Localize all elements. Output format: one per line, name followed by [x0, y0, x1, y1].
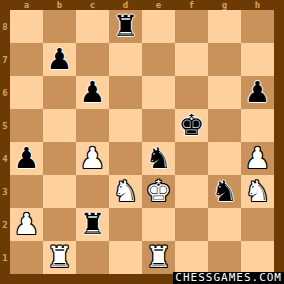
square-c2: ♜: [76, 208, 109, 241]
file-label-b: b: [43, 0, 76, 10]
square-a3: [10, 175, 43, 208]
square-d5: [109, 109, 142, 142]
square-f6: [175, 76, 208, 109]
square-b3: [43, 175, 76, 208]
square-b8: [43, 10, 76, 43]
piece-black-rook: ♜: [80, 208, 106, 241]
piece-white-knight: ♞: [245, 175, 271, 208]
file-label-e: e: [142, 0, 175, 10]
chess-board: ♜♟♟♟♚♟♟♞♟♞♚♞♞♟♜♜♜: [10, 10, 274, 274]
piece-white-pawn: ♟: [14, 208, 40, 241]
square-e5: [142, 109, 175, 142]
square-f7: [175, 43, 208, 76]
rank-label-1: 1: [0, 241, 10, 274]
square-e8: [142, 10, 175, 43]
file-label-c: c: [76, 0, 109, 10]
square-f8: [175, 10, 208, 43]
rank-label-2: 2: [0, 208, 10, 241]
square-b6: [43, 76, 76, 109]
square-h2: [241, 208, 274, 241]
square-g6: [208, 76, 241, 109]
square-e2: [142, 208, 175, 241]
square-b7: ♟: [43, 43, 76, 76]
piece-black-pawn: ♟: [47, 43, 73, 76]
chessgames-board-widget: abcdefgh 87654321 ♜♟♟♟♚♟♟♞♟♞♚♞♞♟♜♜♜ CHES…: [0, 0, 284, 284]
square-h5: [241, 109, 274, 142]
file-label-f: f: [175, 0, 208, 10]
piece-black-pawn: ♟: [245, 76, 271, 109]
square-h6: ♟: [241, 76, 274, 109]
square-e1: ♜: [142, 241, 175, 274]
piece-white-knight: ♞: [113, 175, 139, 208]
square-e6: [142, 76, 175, 109]
square-b4: [43, 142, 76, 175]
square-g8: [208, 10, 241, 43]
square-a8: [10, 10, 43, 43]
square-a1: [10, 241, 43, 274]
square-c5: [76, 109, 109, 142]
square-g3: ♞: [208, 175, 241, 208]
rank-label-8: 8: [0, 10, 10, 43]
rank-label-3: 3: [0, 175, 10, 208]
square-d7: [109, 43, 142, 76]
square-a6: [10, 76, 43, 109]
square-h1: [241, 241, 274, 274]
square-c1: [76, 241, 109, 274]
square-c6: ♟: [76, 76, 109, 109]
piece-black-pawn: ♟: [80, 76, 106, 109]
square-e7: [142, 43, 175, 76]
square-a4: ♟: [10, 142, 43, 175]
file-label-g: g: [208, 0, 241, 10]
square-d4: [109, 142, 142, 175]
file-labels: abcdefgh: [10, 0, 274, 10]
square-h8: [241, 10, 274, 43]
piece-white-king: ♚: [146, 175, 172, 208]
square-c3: [76, 175, 109, 208]
square-f2: [175, 208, 208, 241]
rank-label-6: 6: [0, 76, 10, 109]
square-g4: [208, 142, 241, 175]
square-a7: [10, 43, 43, 76]
piece-white-rook: ♜: [146, 241, 172, 274]
square-b1: ♜: [43, 241, 76, 274]
square-f3: [175, 175, 208, 208]
square-d3: ♞: [109, 175, 142, 208]
square-a2: ♟: [10, 208, 43, 241]
square-g5: [208, 109, 241, 142]
piece-black-king: ♚: [179, 109, 205, 142]
piece-white-pawn: ♟: [245, 142, 271, 175]
file-label-a: a: [10, 0, 43, 10]
square-f1: [175, 241, 208, 274]
square-b2: [43, 208, 76, 241]
square-h3: ♞: [241, 175, 274, 208]
square-g1: [208, 241, 241, 274]
file-label-h: h: [241, 0, 274, 10]
piece-black-knight: ♞: [146, 142, 172, 175]
square-c8: [76, 10, 109, 43]
square-e4: ♞: [142, 142, 175, 175]
square-d2: [109, 208, 142, 241]
piece-black-rook: ♜: [113, 10, 139, 43]
rank-label-4: 4: [0, 142, 10, 175]
square-a5: [10, 109, 43, 142]
piece-black-knight: ♞: [212, 175, 238, 208]
square-d1: [109, 241, 142, 274]
square-c4: ♟: [76, 142, 109, 175]
chessgames-watermark: CHESSGAMES.COM: [173, 272, 284, 284]
piece-white-pawn: ♟: [80, 142, 106, 175]
square-c7: [76, 43, 109, 76]
rank-labels: 87654321: [0, 10, 10, 274]
square-h4: ♟: [241, 142, 274, 175]
rank-label-7: 7: [0, 43, 10, 76]
square-h7: [241, 43, 274, 76]
square-g2: [208, 208, 241, 241]
piece-white-rook: ♜: [47, 241, 73, 274]
piece-black-pawn: ♟: [14, 142, 40, 175]
square-f5: ♚: [175, 109, 208, 142]
rank-label-5: 5: [0, 109, 10, 142]
square-g7: [208, 43, 241, 76]
square-e3: ♚: [142, 175, 175, 208]
square-d6: [109, 76, 142, 109]
square-b5: [43, 109, 76, 142]
square-d8: ♜: [109, 10, 142, 43]
square-f4: [175, 142, 208, 175]
